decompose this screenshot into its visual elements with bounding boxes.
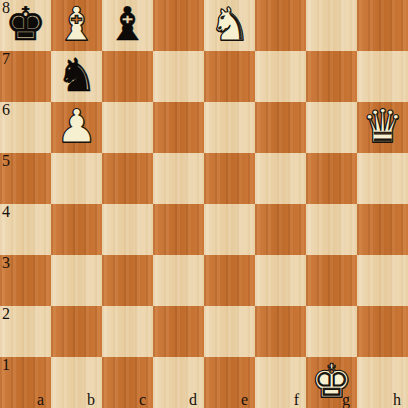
square-c4[interactable]	[102, 204, 153, 255]
square-a5[interactable]: 5	[0, 153, 51, 204]
piece-white-knight[interactable]: ♞	[209, 0, 250, 50]
square-g8[interactable]	[306, 0, 357, 51]
square-a7[interactable]: 7	[0, 51, 51, 102]
square-f2[interactable]	[255, 306, 306, 357]
rank-label-4: 4	[2, 204, 10, 221]
square-f3[interactable]	[255, 255, 306, 306]
square-h8[interactable]	[357, 0, 408, 51]
square-e2[interactable]	[204, 306, 255, 357]
rank-label-7: 7	[2, 51, 10, 68]
rank-label-6: 6	[2, 102, 10, 119]
square-f7[interactable]	[255, 51, 306, 102]
square-c5[interactable]	[102, 153, 153, 204]
square-e6[interactable]	[204, 102, 255, 153]
square-g3[interactable]	[306, 255, 357, 306]
square-d4[interactable]	[153, 204, 204, 255]
piece-black-king[interactable]: ♚	[5, 0, 46, 50]
chess-board: 8♚♝♝♞7♞6♟♛54321abcdefg♚h	[0, 0, 408, 408]
square-f4[interactable]	[255, 204, 306, 255]
square-d1[interactable]: d	[153, 357, 204, 408]
square-g4[interactable]	[306, 204, 357, 255]
square-h7[interactable]	[357, 51, 408, 102]
piece-black-knight[interactable]: ♞	[56, 50, 97, 101]
square-h1[interactable]: h	[357, 357, 408, 408]
square-g7[interactable]	[306, 51, 357, 102]
file-label-b: b	[87, 392, 95, 408]
square-f8[interactable]	[255, 0, 306, 51]
square-g2[interactable]	[306, 306, 357, 357]
square-a1[interactable]: 1a	[0, 357, 51, 408]
piece-white-king[interactable]: ♚	[311, 356, 352, 407]
piece-white-pawn[interactable]: ♟	[56, 101, 97, 152]
square-c2[interactable]	[102, 306, 153, 357]
square-f6[interactable]	[255, 102, 306, 153]
square-h4[interactable]	[357, 204, 408, 255]
square-h3[interactable]	[357, 255, 408, 306]
square-c6[interactable]	[102, 102, 153, 153]
square-h6[interactable]: ♛	[357, 102, 408, 153]
square-e1[interactable]: e	[204, 357, 255, 408]
square-h5[interactable]	[357, 153, 408, 204]
square-c7[interactable]	[102, 51, 153, 102]
square-g1[interactable]: g♚	[306, 357, 357, 408]
square-g6[interactable]	[306, 102, 357, 153]
square-d7[interactable]	[153, 51, 204, 102]
piece-white-queen[interactable]: ♛	[362, 101, 403, 152]
square-a4[interactable]: 4	[0, 204, 51, 255]
square-d8[interactable]	[153, 0, 204, 51]
square-e3[interactable]	[204, 255, 255, 306]
square-e8[interactable]: ♞	[204, 0, 255, 51]
file-label-c: c	[139, 392, 146, 408]
square-b6[interactable]: ♟	[51, 102, 102, 153]
square-c1[interactable]: c	[102, 357, 153, 408]
file-label-h: h	[393, 392, 401, 408]
square-b5[interactable]	[51, 153, 102, 204]
file-label-a: a	[37, 392, 44, 408]
square-d3[interactable]	[153, 255, 204, 306]
square-d5[interactable]	[153, 153, 204, 204]
square-a3[interactable]: 3	[0, 255, 51, 306]
rank-label-5: 5	[2, 153, 10, 170]
piece-black-bishop[interactable]: ♝	[107, 0, 148, 50]
file-label-d: d	[189, 392, 197, 408]
chess-diagram: 8♚♝♝♞7♞6♟♛54321abcdefg♚h	[0, 0, 408, 408]
file-label-f: f	[294, 392, 299, 408]
square-a2[interactable]: 2	[0, 306, 51, 357]
rank-label-1: 1	[2, 357, 10, 374]
square-h2[interactable]	[357, 306, 408, 357]
square-b1[interactable]: b	[51, 357, 102, 408]
square-f5[interactable]	[255, 153, 306, 204]
square-c3[interactable]	[102, 255, 153, 306]
square-e5[interactable]	[204, 153, 255, 204]
square-f1[interactable]: f	[255, 357, 306, 408]
square-b2[interactable]	[51, 306, 102, 357]
square-c8[interactable]: ♝	[102, 0, 153, 51]
square-d2[interactable]	[153, 306, 204, 357]
square-g5[interactable]	[306, 153, 357, 204]
square-b3[interactable]	[51, 255, 102, 306]
square-b4[interactable]	[51, 204, 102, 255]
square-e7[interactable]	[204, 51, 255, 102]
square-d6[interactable]	[153, 102, 204, 153]
square-b8[interactable]: ♝	[51, 0, 102, 51]
square-b7[interactable]: ♞	[51, 51, 102, 102]
rank-label-3: 3	[2, 255, 10, 272]
file-label-e: e	[241, 392, 248, 408]
piece-white-bishop[interactable]: ♝	[56, 0, 97, 50]
square-e4[interactable]	[204, 204, 255, 255]
rank-label-2: 2	[2, 306, 10, 323]
square-a8[interactable]: 8♚	[0, 0, 51, 51]
square-a6[interactable]: 6	[0, 102, 51, 153]
